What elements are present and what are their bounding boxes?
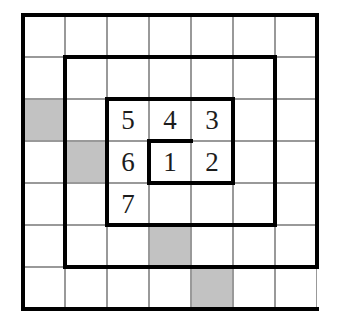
cell-r2c5 (234, 100, 274, 140)
cell-r0c3 (150, 16, 190, 56)
cell-r4c1 (66, 184, 106, 224)
cell-r0c4 (192, 16, 232, 56)
cell-r3c4: 2 (192, 142, 232, 182)
cell-r4c2: 7 (108, 184, 148, 224)
cell-r5c0 (24, 226, 64, 266)
spiral-number-6: 6 (121, 149, 135, 176)
cell-r1c2 (108, 58, 148, 98)
spiral-wall-segment-0 (147, 139, 193, 143)
shaded-cell-r5c3 (150, 226, 190, 266)
cell-r5c1 (66, 226, 106, 266)
spiral-wall-segment-13 (21, 13, 25, 311)
cell-r6c5 (234, 268, 274, 308)
cell-r2c1 (66, 100, 106, 140)
cell-r3c0 (24, 142, 64, 182)
spiral-number-5: 5 (121, 107, 135, 134)
cell-r3c6 (276, 142, 316, 182)
cell-r6c2 (108, 268, 148, 308)
cell-r6c6 (276, 268, 316, 308)
cell-r0c5 (234, 16, 274, 56)
spiral-puzzle-figure: 5436127 (0, 0, 339, 318)
spiral-wall-segment-8 (63, 55, 277, 59)
cell-r3c5 (234, 142, 274, 182)
cell-r4c3 (150, 184, 190, 224)
spiral-number-1: 1 (163, 149, 177, 176)
spiral-wall-segment-3 (231, 97, 235, 185)
cell-r1c4 (192, 58, 232, 98)
cell-r0c0 (24, 16, 64, 56)
cell-r5c5 (234, 226, 274, 266)
spiral-wall-segment-6 (105, 223, 277, 227)
cell-r1c0 (24, 58, 64, 98)
cell-r1c3 (150, 58, 190, 98)
cell-r2c4: 3 (192, 100, 232, 140)
spiral-wall-segment-2 (147, 181, 235, 185)
spiral-wall-segment-11 (315, 13, 319, 269)
cell-r5c2 (108, 226, 148, 266)
cell-r1c5 (234, 58, 274, 98)
cell-r3c3: 1 (150, 142, 190, 182)
cell-r0c6 (276, 16, 316, 56)
shaded-cell-r3c1 (66, 142, 106, 182)
cell-r4c5 (234, 184, 274, 224)
cell-r0c2 (108, 16, 148, 56)
spiral-wall-segment-7 (273, 55, 277, 227)
cell-r6c1 (66, 268, 106, 308)
spiral-wall-segment-12 (21, 13, 319, 17)
spiral-wall-segment-14 (21, 307, 319, 311)
cell-r2c2: 5 (108, 100, 148, 140)
cell-r6c3 (150, 268, 190, 308)
cell-r2c6 (276, 100, 316, 140)
spiral-number-7: 7 (121, 191, 135, 218)
cell-r1c1 (66, 58, 106, 98)
cell-r0c1 (66, 16, 106, 56)
cell-r1c6 (276, 58, 316, 98)
cell-r6c0 (24, 268, 64, 308)
spiral-number-2: 2 (205, 149, 219, 176)
spiral-wall-segment-1 (147, 139, 151, 185)
shaded-cell-r6c4 (192, 268, 232, 308)
spiral-number-3: 3 (205, 107, 219, 134)
cell-r3c2: 6 (108, 142, 148, 182)
spiral-wall-segment-5 (105, 97, 109, 227)
spiral-number-4: 4 (163, 107, 177, 134)
cell-r4c6 (276, 184, 316, 224)
shaded-cell-r2c0 (24, 100, 64, 140)
cell-r2c3: 4 (150, 100, 190, 140)
cell-r4c0 (24, 184, 64, 224)
spiral-grid-board: 5436127 (23, 15, 317, 309)
spiral-wall-segment-10 (63, 265, 319, 269)
cell-r5c6 (276, 226, 316, 266)
cell-r5c4 (192, 226, 232, 266)
cell-r4c4 (192, 184, 232, 224)
spiral-wall-segment-9 (63, 55, 67, 269)
spiral-wall-segment-4 (105, 97, 235, 101)
